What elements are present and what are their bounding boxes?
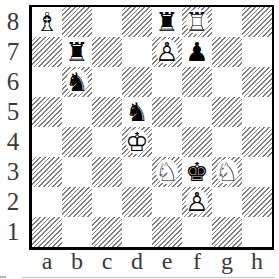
- rank-label-6: 6: [0, 67, 26, 97]
- square-b8[interactable]: [62, 7, 92, 37]
- chess-diagram: 87654321 ♗♜♖♜♙♟♞♞♔♘♚♘♙ abcdefgh: [0, 0, 279, 279]
- file-label-a: a: [32, 250, 62, 272]
- square-g5[interactable]: [212, 97, 242, 127]
- square-b3[interactable]: [62, 157, 92, 187]
- file-labels: abcdefgh: [32, 250, 272, 272]
- file-label-f: f: [182, 250, 212, 272]
- white-king[interactable]: ♔: [122, 127, 152, 157]
- black-knight[interactable]: ♞: [62, 67, 92, 97]
- square-h4[interactable]: [242, 127, 272, 157]
- square-b5[interactable]: [62, 97, 92, 127]
- square-h6[interactable]: [242, 67, 272, 97]
- square-c8[interactable]: [92, 7, 122, 37]
- square-c1[interactable]: [92, 217, 122, 247]
- square-h2[interactable]: [242, 187, 272, 217]
- square-a8[interactable]: ♗: [32, 7, 62, 37]
- rank-label-4: 4: [0, 127, 26, 157]
- scan-artifact-mark: [0, 276, 6, 278]
- square-g1[interactable]: [212, 217, 242, 247]
- square-b2[interactable]: [62, 187, 92, 217]
- square-b7[interactable]: ♜: [62, 37, 92, 67]
- rank-label-1: 1: [0, 217, 26, 247]
- square-d2[interactable]: [122, 187, 152, 217]
- square-g6[interactable]: [212, 67, 242, 97]
- square-a1[interactable]: [32, 217, 62, 247]
- square-d4[interactable]: ♔: [122, 127, 152, 157]
- square-d5[interactable]: ♞: [122, 97, 152, 127]
- square-d1[interactable]: [122, 217, 152, 247]
- square-h3[interactable]: [242, 157, 272, 187]
- square-d8[interactable]: [122, 7, 152, 37]
- file-label-c: c: [92, 250, 122, 272]
- square-e4[interactable]: [152, 127, 182, 157]
- file-label-g: g: [212, 250, 242, 272]
- file-label-h: h: [242, 250, 272, 272]
- file-label-d: d: [122, 250, 152, 272]
- square-c3[interactable]: [92, 157, 122, 187]
- square-h8[interactable]: [242, 7, 272, 37]
- white-pawn[interactable]: ♙: [182, 187, 212, 217]
- black-rook[interactable]: ♜: [62, 37, 92, 67]
- file-label-b: b: [62, 250, 92, 272]
- square-e8[interactable]: ♜: [152, 7, 182, 37]
- square-b4[interactable]: [62, 127, 92, 157]
- square-b6[interactable]: ♞: [62, 67, 92, 97]
- square-c4[interactable]: [92, 127, 122, 157]
- white-bishop[interactable]: ♗: [32, 7, 62, 37]
- square-a7[interactable]: [32, 37, 62, 67]
- square-f2[interactable]: ♙: [182, 187, 212, 217]
- square-c2[interactable]: [92, 187, 122, 217]
- white-knight[interactable]: ♘: [212, 157, 242, 187]
- square-c5[interactable]: [92, 97, 122, 127]
- square-e1[interactable]: [152, 217, 182, 247]
- square-g8[interactable]: [212, 7, 242, 37]
- square-e7[interactable]: ♙: [152, 37, 182, 67]
- square-h1[interactable]: [242, 217, 272, 247]
- square-f3[interactable]: ♚: [182, 157, 212, 187]
- square-a5[interactable]: [32, 97, 62, 127]
- square-f7[interactable]: ♟: [182, 37, 212, 67]
- rank-label-2: 2: [0, 187, 26, 217]
- square-a4[interactable]: [32, 127, 62, 157]
- square-e5[interactable]: [152, 97, 182, 127]
- rank-labels: 87654321: [0, 7, 26, 247]
- square-a2[interactable]: [32, 187, 62, 217]
- square-a6[interactable]: [32, 67, 62, 97]
- square-h5[interactable]: [242, 97, 272, 127]
- white-rook[interactable]: ♖: [182, 7, 212, 37]
- black-knight[interactable]: ♞: [122, 97, 152, 127]
- board: ♗♜♖♜♙♟♞♞♔♘♚♘♙: [29, 5, 274, 250]
- square-h7[interactable]: [242, 37, 272, 67]
- file-label-e: e: [152, 250, 182, 272]
- square-f6[interactable]: [182, 67, 212, 97]
- rank-label-7: 7: [0, 37, 26, 67]
- square-e2[interactable]: [152, 187, 182, 217]
- square-g3[interactable]: ♘: [212, 157, 242, 187]
- square-f8[interactable]: ♖: [182, 7, 212, 37]
- square-f5[interactable]: [182, 97, 212, 127]
- square-a3[interactable]: [32, 157, 62, 187]
- rank-label-8: 8: [0, 7, 26, 37]
- square-e6[interactable]: [152, 67, 182, 97]
- square-d3[interactable]: [122, 157, 152, 187]
- rank-label-3: 3: [0, 157, 26, 187]
- square-b1[interactable]: [62, 217, 92, 247]
- square-c7[interactable]: [92, 37, 122, 67]
- square-e3[interactable]: ♘: [152, 157, 182, 187]
- square-d6[interactable]: [122, 67, 152, 97]
- white-pawn[interactable]: ♙: [152, 37, 182, 67]
- square-g7[interactable]: [212, 37, 242, 67]
- black-rook[interactable]: ♜: [152, 7, 182, 37]
- rank-label-5: 5: [0, 97, 26, 127]
- black-pawn[interactable]: ♟: [182, 37, 212, 67]
- square-d7[interactable]: [122, 37, 152, 67]
- white-knight[interactable]: ♘: [152, 157, 182, 187]
- black-king[interactable]: ♚: [182, 157, 212, 187]
- square-c6[interactable]: [92, 67, 122, 97]
- square-f1[interactable]: [182, 217, 212, 247]
- scan-artifact-line: [22, 277, 275, 278]
- square-f4[interactable]: [182, 127, 212, 157]
- square-g2[interactable]: [212, 187, 242, 217]
- square-g4[interactable]: [212, 127, 242, 157]
